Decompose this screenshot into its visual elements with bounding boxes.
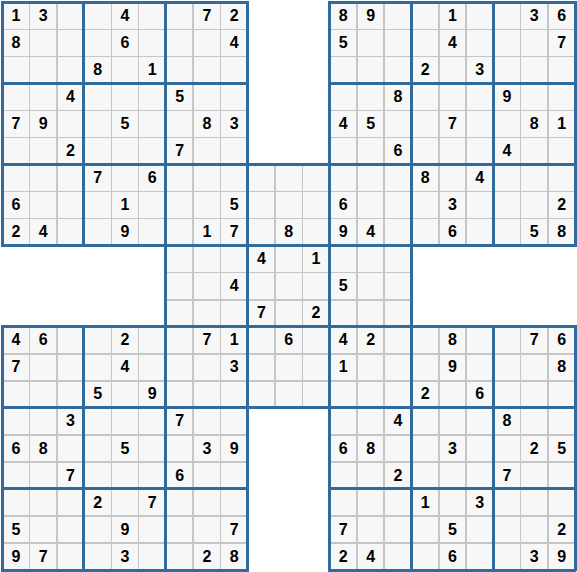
sudoku-cell[interactable] <box>248 164 276 192</box>
sudoku-cell[interactable] <box>166 56 194 84</box>
sudoku-cell[interactable] <box>166 164 194 192</box>
sudoku-cell[interactable]: 1 <box>138 56 166 84</box>
sudoku-cell[interactable] <box>111 489 139 517</box>
sudoku-cell[interactable]: 7 <box>193 2 221 30</box>
sudoku-cell[interactable]: 1 <box>548 110 576 138</box>
sudoku-cell[interactable]: 8 <box>329 2 357 30</box>
sudoku-cell[interactable] <box>57 2 85 30</box>
sudoku-cell[interactable] <box>248 272 276 300</box>
sudoku-cell[interactable] <box>302 218 330 246</box>
sudoku-cell[interactable]: 4 <box>248 245 276 273</box>
sudoku-cell[interactable]: 3 <box>29 2 57 30</box>
sudoku-cell[interactable] <box>166 354 194 382</box>
sudoku-cell[interactable]: 3 <box>111 543 139 571</box>
sudoku-cell[interactable]: 9 <box>439 354 467 382</box>
sudoku-cell[interactable]: 7 <box>57 462 85 490</box>
sudoku-cell[interactable] <box>411 110 439 138</box>
sudoku-cell[interactable]: 2 <box>111 327 139 355</box>
sudoku-cell[interactable] <box>57 354 85 382</box>
sudoku-cell[interactable]: 3 <box>466 56 494 84</box>
sudoku-cell[interactable]: 1 <box>2 2 30 30</box>
sudoku-cell[interactable] <box>384 489 412 517</box>
sudoku-cell[interactable]: 5 <box>166 83 194 111</box>
sudoku-cell[interactable] <box>29 516 57 544</box>
sudoku-cell[interactable] <box>84 137 112 165</box>
sudoku-cell[interactable] <box>439 83 467 111</box>
sudoku-cell[interactable] <box>357 354 385 382</box>
sudoku-cell[interactable] <box>493 56 521 84</box>
sudoku-cell[interactable]: 2 <box>57 137 85 165</box>
sudoku-cell[interactable] <box>193 56 221 84</box>
sudoku-cell[interactable]: 5 <box>329 272 357 300</box>
sudoku-cell[interactable] <box>220 462 248 490</box>
sudoku-cell[interactable]: 8 <box>29 435 57 463</box>
sudoku-cell[interactable]: 2 <box>548 191 576 219</box>
sudoku-cell[interactable] <box>193 516 221 544</box>
sudoku-cell[interactable] <box>166 516 194 544</box>
sudoku-cell[interactable]: 4 <box>57 83 85 111</box>
sudoku-cell[interactable]: 2 <box>411 56 439 84</box>
sudoku-cell[interactable] <box>57 489 85 517</box>
sudoku-cell[interactable] <box>193 489 221 517</box>
sudoku-cell[interactable]: 3 <box>466 489 494 517</box>
sudoku-cell[interactable]: 1 <box>439 2 467 30</box>
sudoku-cell[interactable] <box>520 489 548 517</box>
sudoku-cell[interactable] <box>466 110 494 138</box>
sudoku-cell[interactable] <box>439 164 467 192</box>
sudoku-cell[interactable]: 1 <box>111 191 139 219</box>
sudoku-cell[interactable] <box>84 462 112 490</box>
sudoku-cell[interactable] <box>111 381 139 409</box>
sudoku-cell[interactable] <box>29 164 57 192</box>
sudoku-cell[interactable]: 6 <box>548 327 576 355</box>
sudoku-cell[interactable] <box>329 408 357 436</box>
sudoku-cell[interactable] <box>2 489 30 517</box>
sudoku-cell[interactable] <box>384 381 412 409</box>
sudoku-cell[interactable] <box>29 408 57 436</box>
sudoku-cell[interactable]: 3 <box>439 191 467 219</box>
sudoku-cell[interactable]: 6 <box>111 29 139 57</box>
sudoku-cell[interactable]: 2 <box>302 300 330 328</box>
sudoku-cell[interactable] <box>357 381 385 409</box>
sudoku-cell[interactable]: 6 <box>548 2 576 30</box>
sudoku-cell[interactable] <box>493 489 521 517</box>
sudoku-cell[interactable] <box>384 245 412 273</box>
sudoku-cell[interactable]: 5 <box>548 435 576 463</box>
sudoku-cell[interactable] <box>29 489 57 517</box>
sudoku-cell[interactable] <box>411 516 439 544</box>
sudoku-cell[interactable] <box>384 435 412 463</box>
sudoku-cell[interactable]: 7 <box>193 327 221 355</box>
sudoku-cell[interactable] <box>111 462 139 490</box>
sudoku-cell[interactable] <box>275 354 303 382</box>
sudoku-cell[interactable] <box>384 110 412 138</box>
sudoku-cell[interactable]: 6 <box>329 191 357 219</box>
sudoku-cell[interactable] <box>411 354 439 382</box>
sudoku-cell[interactable] <box>220 137 248 165</box>
sudoku-cell[interactable] <box>2 137 30 165</box>
sudoku-cell[interactable] <box>57 327 85 355</box>
sudoku-cell[interactable] <box>166 381 194 409</box>
sudoku-cell[interactable] <box>329 137 357 165</box>
sudoku-cell[interactable]: 1 <box>329 354 357 382</box>
sudoku-cell[interactable] <box>466 516 494 544</box>
sudoku-cell[interactable] <box>29 462 57 490</box>
sudoku-cell[interactable] <box>57 191 85 219</box>
sudoku-cell[interactable] <box>84 2 112 30</box>
sudoku-cell[interactable]: 4 <box>220 29 248 57</box>
sudoku-cell[interactable] <box>329 83 357 111</box>
sudoku-cell[interactable] <box>166 327 194 355</box>
sudoku-cell[interactable]: 8 <box>439 327 467 355</box>
sudoku-cell[interactable] <box>384 543 412 571</box>
sudoku-cell[interactable]: 5 <box>220 191 248 219</box>
sudoku-cell[interactable]: 4 <box>466 164 494 192</box>
sudoku-cell[interactable] <box>2 381 30 409</box>
sudoku-cell[interactable]: 7 <box>548 29 576 57</box>
sudoku-cell[interactable] <box>29 381 57 409</box>
sudoku-cell[interactable]: 8 <box>2 29 30 57</box>
sudoku-cell[interactable] <box>275 300 303 328</box>
sudoku-cell[interactable]: 8 <box>384 83 412 111</box>
sudoku-cell[interactable]: 6 <box>439 218 467 246</box>
sudoku-cell[interactable]: 3 <box>57 408 85 436</box>
sudoku-cell[interactable] <box>275 381 303 409</box>
sudoku-cell[interactable]: 5 <box>84 381 112 409</box>
sudoku-cell[interactable]: 5 <box>329 29 357 57</box>
sudoku-cell[interactable] <box>466 354 494 382</box>
sudoku-cell[interactable] <box>220 56 248 84</box>
sudoku-cell[interactable] <box>493 543 521 571</box>
sudoku-cell[interactable]: 4 <box>329 327 357 355</box>
sudoku-cell[interactable] <box>138 354 166 382</box>
sudoku-cell[interactable] <box>138 83 166 111</box>
sudoku-cell[interactable]: 8 <box>275 218 303 246</box>
sudoku-cell[interactable] <box>138 110 166 138</box>
sudoku-cell[interactable]: 4 <box>111 354 139 382</box>
sudoku-cell[interactable]: 6 <box>2 191 30 219</box>
sudoku-cell[interactable] <box>411 408 439 436</box>
sudoku-cell[interactable] <box>57 218 85 246</box>
sudoku-cell[interactable]: 8 <box>520 110 548 138</box>
sudoku-cell[interactable] <box>466 29 494 57</box>
sudoku-cell[interactable]: 5 <box>111 435 139 463</box>
sudoku-cell[interactable]: 8 <box>548 354 576 382</box>
sudoku-cell[interactable] <box>2 56 30 84</box>
sudoku-cell[interactable] <box>166 2 194 30</box>
sudoku-cell[interactable] <box>548 408 576 436</box>
sudoku-cell[interactable] <box>466 462 494 490</box>
sudoku-cell[interactable] <box>193 462 221 490</box>
sudoku-cell[interactable] <box>84 191 112 219</box>
sudoku-cell[interactable] <box>357 56 385 84</box>
sudoku-cell[interactable]: 2 <box>220 2 248 30</box>
sudoku-cell[interactable] <box>138 218 166 246</box>
sudoku-cell[interactable] <box>220 489 248 517</box>
sudoku-cell[interactable] <box>275 245 303 273</box>
sudoku-cell[interactable] <box>411 218 439 246</box>
sudoku-cell[interactable] <box>357 300 385 328</box>
sudoku-cell[interactable]: 2 <box>329 543 357 571</box>
sudoku-cell[interactable]: 7 <box>166 408 194 436</box>
sudoku-cell[interactable] <box>111 83 139 111</box>
sudoku-cell[interactable] <box>493 2 521 30</box>
sudoku-cell[interactable] <box>138 191 166 219</box>
sudoku-cell[interactable] <box>411 29 439 57</box>
sudoku-cell[interactable] <box>357 462 385 490</box>
sudoku-cell[interactable] <box>329 245 357 273</box>
sudoku-cell[interactable] <box>84 327 112 355</box>
sudoku-cell[interactable]: 9 <box>2 543 30 571</box>
sudoku-cell[interactable] <box>302 354 330 382</box>
sudoku-cell[interactable]: 1 <box>302 245 330 273</box>
sudoku-cell[interactable] <box>439 381 467 409</box>
sudoku-cell[interactable]: 2 <box>520 435 548 463</box>
sudoku-cell[interactable] <box>384 516 412 544</box>
sudoku-cell[interactable] <box>520 56 548 84</box>
sudoku-cell[interactable] <box>193 164 221 192</box>
sudoku-cell[interactable]: 1 <box>220 327 248 355</box>
sudoku-cell[interactable] <box>520 354 548 382</box>
sudoku-cell[interactable] <box>329 56 357 84</box>
sudoku-cell[interactable]: 5 <box>2 516 30 544</box>
sudoku-cell[interactable]: 2 <box>84 489 112 517</box>
sudoku-cell[interactable] <box>357 489 385 517</box>
sudoku-cell[interactable] <box>384 272 412 300</box>
sudoku-cell[interactable] <box>520 164 548 192</box>
sudoku-cell[interactable] <box>520 381 548 409</box>
sudoku-cell[interactable] <box>357 408 385 436</box>
sudoku-cell[interactable] <box>166 110 194 138</box>
sudoku-cell[interactable] <box>193 137 221 165</box>
sudoku-cell[interactable] <box>493 381 521 409</box>
sudoku-cell[interactable] <box>411 327 439 355</box>
sudoku-cell[interactable] <box>466 408 494 436</box>
sudoku-cell[interactable]: 9 <box>357 2 385 30</box>
sudoku-cell[interactable] <box>329 381 357 409</box>
sudoku-cell[interactable] <box>166 435 194 463</box>
sudoku-cell[interactable] <box>275 164 303 192</box>
sudoku-cell[interactable]: 4 <box>493 137 521 165</box>
sudoku-cell[interactable] <box>302 327 330 355</box>
sudoku-cell[interactable] <box>520 137 548 165</box>
sudoku-cell[interactable]: 7 <box>138 489 166 517</box>
sudoku-cell[interactable]: 3 <box>220 110 248 138</box>
sudoku-cell[interactable] <box>466 327 494 355</box>
sudoku-cell[interactable]: 6 <box>329 435 357 463</box>
sudoku-cell[interactable]: 6 <box>138 164 166 192</box>
sudoku-cell[interactable] <box>548 56 576 84</box>
sudoku-cell[interactable] <box>302 191 330 219</box>
sudoku-cell[interactable] <box>29 191 57 219</box>
sudoku-cell[interactable]: 4 <box>439 29 467 57</box>
sudoku-cell[interactable] <box>248 327 276 355</box>
sudoku-cell[interactable]: 6 <box>166 462 194 490</box>
sudoku-cell[interactable] <box>2 462 30 490</box>
sudoku-cell[interactable]: 4 <box>329 110 357 138</box>
sudoku-cell[interactable] <box>357 245 385 273</box>
sudoku-cell[interactable] <box>275 191 303 219</box>
sudoku-cell[interactable] <box>520 191 548 219</box>
sudoku-cell[interactable] <box>384 191 412 219</box>
sudoku-cell[interactable]: 4 <box>2 327 30 355</box>
sudoku-cell[interactable] <box>439 489 467 517</box>
sudoku-cell[interactable] <box>411 137 439 165</box>
sudoku-cell[interactable] <box>138 29 166 57</box>
sudoku-cell[interactable]: 3 <box>520 543 548 571</box>
sudoku-cell[interactable]: 6 <box>384 137 412 165</box>
sudoku-cell[interactable]: 7 <box>84 164 112 192</box>
sudoku-cell[interactable] <box>411 435 439 463</box>
sudoku-cell[interactable]: 4 <box>384 408 412 436</box>
sudoku-cell[interactable] <box>138 516 166 544</box>
sudoku-cell[interactable]: 1 <box>193 218 221 246</box>
sudoku-cell[interactable] <box>548 462 576 490</box>
sudoku-cell[interactable] <box>193 245 221 273</box>
sudoku-cell[interactable] <box>193 408 221 436</box>
sudoku-cell[interactable] <box>111 408 139 436</box>
sudoku-cell[interactable]: 4 <box>357 543 385 571</box>
sudoku-cell[interactable] <box>384 56 412 84</box>
sudoku-cell[interactable] <box>411 83 439 111</box>
sudoku-cell[interactable] <box>84 110 112 138</box>
sudoku-cell[interactable]: 9 <box>329 218 357 246</box>
sudoku-cell[interactable] <box>357 516 385 544</box>
sudoku-cell[interactable] <box>2 164 30 192</box>
sudoku-cell[interactable] <box>493 110 521 138</box>
sudoku-cell[interactable] <box>111 137 139 165</box>
sudoku-cell[interactable] <box>193 272 221 300</box>
sudoku-cell[interactable] <box>2 83 30 111</box>
sudoku-cell[interactable] <box>220 164 248 192</box>
sudoku-cell[interactable] <box>520 408 548 436</box>
sudoku-cell[interactable]: 2 <box>357 327 385 355</box>
sudoku-cell[interactable]: 2 <box>193 543 221 571</box>
sudoku-cell[interactable] <box>57 110 85 138</box>
sudoku-cell[interactable] <box>193 83 221 111</box>
sudoku-cell[interactable] <box>193 29 221 57</box>
sudoku-cell[interactable] <box>329 300 357 328</box>
sudoku-cell[interactable] <box>111 164 139 192</box>
sudoku-cell[interactable] <box>220 245 248 273</box>
sudoku-cell[interactable] <box>84 435 112 463</box>
sudoku-cell[interactable] <box>411 2 439 30</box>
sudoku-cell[interactable] <box>384 327 412 355</box>
sudoku-cell[interactable] <box>302 381 330 409</box>
sudoku-cell[interactable]: 7 <box>493 462 521 490</box>
sudoku-cell[interactable] <box>493 516 521 544</box>
sudoku-cell[interactable] <box>548 137 576 165</box>
sudoku-cell[interactable]: 2 <box>411 381 439 409</box>
sudoku-cell[interactable]: 6 <box>29 327 57 355</box>
sudoku-cell[interactable] <box>357 29 385 57</box>
sudoku-cell[interactable] <box>411 462 439 490</box>
sudoku-cell[interactable]: 7 <box>520 327 548 355</box>
sudoku-cell[interactable] <box>220 300 248 328</box>
sudoku-cell[interactable]: 6 <box>466 381 494 409</box>
sudoku-cell[interactable] <box>493 164 521 192</box>
sudoku-cell[interactable]: 6 <box>275 327 303 355</box>
sudoku-cell[interactable] <box>384 164 412 192</box>
sudoku-cell[interactable] <box>138 408 166 436</box>
sudoku-cell[interactable] <box>29 83 57 111</box>
sudoku-cell[interactable]: 9 <box>220 435 248 463</box>
sudoku-cell[interactable] <box>357 83 385 111</box>
sudoku-cell[interactable]: 7 <box>439 110 467 138</box>
sudoku-cell[interactable]: 9 <box>29 110 57 138</box>
sudoku-cell[interactable]: 9 <box>138 381 166 409</box>
sudoku-cell[interactable] <box>84 83 112 111</box>
sudoku-cell[interactable]: 9 <box>111 516 139 544</box>
sudoku-cell[interactable] <box>220 83 248 111</box>
sudoku-cell[interactable] <box>384 29 412 57</box>
sudoku-cell[interactable]: 9 <box>548 543 576 571</box>
sudoku-cell[interactable]: 7 <box>220 218 248 246</box>
sudoku-cell[interactable] <box>166 543 194 571</box>
sudoku-cell[interactable] <box>493 29 521 57</box>
sudoku-cell[interactable] <box>248 381 276 409</box>
sudoku-cell[interactable] <box>193 191 221 219</box>
sudoku-cell[interactable]: 2 <box>384 462 412 490</box>
sudoku-cell[interactable] <box>166 272 194 300</box>
sudoku-cell[interactable] <box>84 354 112 382</box>
sudoku-cell[interactable]: 2 <box>2 218 30 246</box>
sudoku-cell[interactable] <box>166 191 194 219</box>
sudoku-cell[interactable] <box>57 516 85 544</box>
sudoku-cell[interactable] <box>166 300 194 328</box>
sudoku-cell[interactable] <box>439 56 467 84</box>
sudoku-cell[interactable] <box>29 354 57 382</box>
sudoku-cell[interactable] <box>439 408 467 436</box>
sudoku-cell[interactable] <box>384 354 412 382</box>
sudoku-cell[interactable] <box>357 272 385 300</box>
sudoku-cell[interactable]: 7 <box>2 354 30 382</box>
sudoku-cell[interactable] <box>29 56 57 84</box>
sudoku-cell[interactable] <box>84 543 112 571</box>
sudoku-cell[interactable] <box>57 56 85 84</box>
sudoku-cell[interactable]: 7 <box>2 110 30 138</box>
sudoku-cell[interactable]: 6 <box>2 435 30 463</box>
sudoku-cell[interactable]: 8 <box>411 164 439 192</box>
sudoku-cell[interactable] <box>248 218 276 246</box>
sudoku-cell[interactable] <box>275 272 303 300</box>
sudoku-cell[interactable]: 7 <box>248 300 276 328</box>
sudoku-cell[interactable] <box>84 408 112 436</box>
sudoku-cell[interactable] <box>520 516 548 544</box>
sudoku-cell[interactable] <box>493 354 521 382</box>
sudoku-cell[interactable] <box>57 164 85 192</box>
sudoku-cell[interactable] <box>84 218 112 246</box>
sudoku-cell[interactable] <box>57 543 85 571</box>
sudoku-cell[interactable] <box>57 435 85 463</box>
sudoku-cell[interactable] <box>548 381 576 409</box>
sudoku-cell[interactable]: 5 <box>520 218 548 246</box>
sudoku-cell[interactable] <box>548 164 576 192</box>
sudoku-cell[interactable] <box>411 543 439 571</box>
sudoku-cell[interactable] <box>302 272 330 300</box>
sudoku-cell[interactable]: 4 <box>357 218 385 246</box>
sudoku-cell[interactable] <box>248 191 276 219</box>
sudoku-cell[interactable]: 2 <box>548 516 576 544</box>
sudoku-cell[interactable] <box>329 462 357 490</box>
sudoku-cell[interactable] <box>166 489 194 517</box>
sudoku-cell[interactable]: 7 <box>220 516 248 544</box>
sudoku-cell[interactable] <box>248 354 276 382</box>
sudoku-cell[interactable] <box>138 543 166 571</box>
sudoku-cell[interactable] <box>84 29 112 57</box>
sudoku-cell[interactable] <box>84 516 112 544</box>
sudoku-cell[interactable] <box>411 191 439 219</box>
